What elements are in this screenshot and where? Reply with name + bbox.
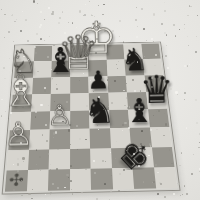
square-a3: ♙ — [8, 130, 30, 150]
square-b1 — [26, 169, 48, 191]
square-a2 — [7, 149, 29, 170]
piece-white-bishop: ♗ — [1, 68, 41, 112]
square-g4: ♝ — [128, 109, 149, 128]
square-e2 — [90, 148, 111, 169]
square-g1 — [133, 167, 156, 189]
square-h1 — [154, 167, 178, 189]
square-h3 — [149, 127, 171, 147]
square-d2 — [70, 148, 91, 169]
piece-black-bishop: ♝ — [124, 94, 155, 128]
piece-black-pawn: ♟ — [87, 68, 110, 93]
photo-background: ♔♘♝♕♞♟♗♛♙♞♝♙♚✣ — [0, 0, 200, 200]
square-e1 — [91, 168, 113, 190]
square-c2 — [49, 149, 70, 170]
piece-white-rook: ✣ — [8, 172, 24, 189]
piece-black-knight: ♞ — [83, 93, 115, 129]
square-d7: ♕ — [70, 60, 89, 76]
piece-white-pawn: ♙ — [3, 117, 33, 150]
piece-white-pawn: ♙ — [47, 101, 73, 129]
square-c1 — [48, 169, 70, 191]
square-a5: ♗ — [11, 94, 31, 112]
square-f2: ♚ — [111, 147, 133, 168]
board-perspective-wrap: ♔♘♝♕♞♟♗♛♙♞♝♙♚✣ — [3, 42, 175, 189]
square-b2 — [28, 149, 50, 170]
square-c6 — [51, 77, 70, 94]
square-d3 — [70, 129, 90, 149]
square-a1: ✣ — [5, 170, 28, 192]
chess-board: ♔♘♝♕♞♟♗♛♙♞♝♙♚✣ — [3, 42, 180, 193]
square-f1 — [112, 168, 135, 190]
square-c3 — [49, 129, 70, 149]
square-e3 — [90, 128, 111, 148]
square-e4: ♞ — [89, 110, 109, 129]
square-d1 — [69, 168, 91, 190]
square-c4: ♙ — [50, 111, 70, 130]
